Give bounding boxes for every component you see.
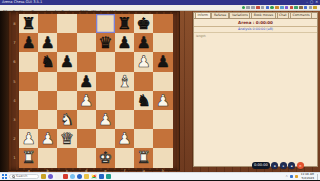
piece-black-pawn: ♟: [156, 52, 170, 71]
toolbar-icon[interactable]: [251, 6, 255, 10]
tray-icon[interactable]: [290, 175, 294, 179]
rank-label-8: 8: [12, 14, 18, 33]
piece-white-queen: ♛: [60, 129, 74, 148]
tab-variations[interactable]: Variations: [229, 12, 250, 18]
tab-book-moves[interactable]: Book moves: [251, 12, 276, 18]
piece-white-knight: ♞: [60, 110, 74, 129]
rank-label-7: 7: [12, 33, 18, 52]
search-icon: [12, 175, 15, 178]
toolbar-icon[interactable]: [304, 6, 308, 10]
piece-black-king: ♚: [137, 14, 151, 33]
toolbar-icon[interactable]: [280, 6, 284, 10]
square-c8[interactable]: [57, 14, 76, 33]
system-tray: ^ 11:06 AM 5/2/2023: [285, 173, 318, 181]
engine-note: length: [194, 33, 317, 38]
chrome-icon[interactable]: [91, 174, 96, 179]
toolbar-icon[interactable]: [256, 6, 260, 10]
rank-label-1: 1: [12, 148, 18, 167]
square-d6[interactable]: [77, 52, 96, 71]
square-g8[interactable]: ♚: [134, 14, 153, 33]
square-h4[interactable]: ♟: [153, 91, 172, 110]
clock-date: 5/2/2023: [301, 177, 314, 180]
square-f4[interactable]: [115, 91, 134, 110]
toolbar-icon[interactable]: [275, 6, 279, 10]
square-b8[interactable]: [38, 14, 57, 33]
file-explorer-icon[interactable]: [84, 174, 89, 179]
square-d1[interactable]: [77, 148, 96, 167]
square-c6[interactable]: ♟: [57, 52, 76, 71]
recorder-timer: 0:00:00: [252, 162, 270, 168]
piece-black-pawn: ♟: [117, 33, 131, 52]
show-desktop-button[interactable]: [317, 174, 318, 180]
analysis-panel: InformRefereeVariationsBook movesChatCom…: [193, 12, 318, 167]
square-h6[interactable]: ♟: [153, 52, 172, 71]
square-a3[interactable]: [19, 110, 38, 129]
square-d7[interactable]: [77, 33, 96, 52]
square-c3[interactable]: ♞: [57, 110, 76, 129]
square-e2[interactable]: [96, 129, 115, 148]
square-a2[interactable]: ♟: [19, 129, 38, 148]
square-a1[interactable]: ♜: [19, 148, 38, 167]
piece-black-pawn: ♟: [41, 33, 55, 52]
tray-chevron-icon[interactable]: ^: [285, 173, 288, 181]
toolbar-icon[interactable]: [246, 6, 250, 10]
square-f1[interactable]: [115, 148, 134, 167]
piece-white-pawn: ♟: [137, 52, 151, 71]
go-icon[interactable]: [270, 6, 274, 10]
piece-black-pawn: ♟: [137, 33, 151, 52]
rank-label-4: 4: [12, 91, 18, 110]
start-engine-icon[interactable]: [242, 6, 246, 10]
piece-white-pawn: ♟: [117, 129, 131, 148]
piece-white-rook: ♜: [21, 148, 35, 167]
piece-black-pawn: ♟: [79, 72, 93, 91]
square-b3[interactable]: [38, 110, 57, 129]
board-frame: 87654321 abcdefgh ♜♜♚♟♟♛♟♟♞♟♟♟♟♝♟♞♟♞♟♟♟♛…: [8, 11, 180, 171]
screen: Arena Chess GUI 3.5.1 –▢✕ FilePositionGa…: [0, 0, 320, 180]
square-h7[interactable]: [153, 33, 172, 52]
window-edge: [0, 11, 8, 172]
app-icon[interactable]: [106, 174, 111, 179]
square-g4[interactable]: ♞: [134, 91, 153, 110]
taskbar: Search ^ 11:06 AM 5/2/2023: [0, 172, 320, 180]
piece-white-king: ♚: [98, 148, 112, 167]
app-icon[interactable]: [55, 174, 60, 179]
square-a7[interactable]: ♟: [19, 33, 38, 52]
square-g1[interactable]: ♜: [134, 148, 153, 167]
piece-white-pawn: ♟: [79, 91, 93, 110]
rank-label-3: 3: [12, 110, 18, 129]
square-e4[interactable]: [96, 91, 115, 110]
square-g7[interactable]: ♟: [134, 33, 153, 52]
toolbar-icon[interactable]: [261, 6, 265, 10]
tray-icons: [290, 175, 299, 179]
tab-chat[interactable]: Chat: [277, 12, 290, 18]
toolbar-icon[interactable]: [285, 6, 289, 10]
rank-label-2: 2: [12, 129, 18, 148]
piece-black-queen: ♛: [98, 33, 112, 52]
edge-icon[interactable]: [77, 174, 82, 179]
rank-label-5: 5: [12, 72, 18, 91]
square-e7[interactable]: ♛: [96, 33, 115, 52]
taskbar-clock[interactable]: 11:06 AM 5/2/2023: [300, 173, 315, 179]
piece-black-knight: ♞: [41, 52, 55, 71]
square-f2[interactable]: ♟: [115, 129, 134, 148]
piece-black-knight: ♞: [137, 91, 151, 110]
square-e1[interactable]: ♚: [96, 148, 115, 167]
toolbar-icon[interactable]: [266, 6, 270, 10]
piece-black-pawn: ♟: [21, 33, 35, 52]
engine-header: Arena : 0:00:00: [194, 19, 317, 27]
square-f3[interactable]: [115, 110, 134, 129]
toolbar-icon[interactable]: [294, 6, 298, 10]
pause-button[interactable]: ⏸: [280, 162, 287, 169]
square-f8[interactable]: ♜: [115, 14, 134, 33]
square-c4[interactable]: [57, 91, 76, 110]
square-a6[interactable]: [19, 52, 38, 71]
close-recorder-button[interactable]: ✕: [297, 162, 304, 169]
piece-white-pawn: ♟: [156, 91, 170, 110]
arena-taskbar-icon[interactable]: [41, 174, 46, 179]
search-placeholder: Search: [16, 174, 27, 179]
record-button[interactable]: ⏺: [271, 162, 278, 169]
square-b1[interactable]: [38, 148, 57, 167]
square-c5[interactable]: [57, 72, 76, 91]
tray-icon[interactable]: [295, 175, 299, 179]
square-b2[interactable]: ♟: [38, 129, 57, 148]
square-g6[interactable]: ♟: [134, 52, 153, 71]
square-d2[interactable]: [77, 129, 96, 148]
piece-white-pawn: ♟: [41, 129, 55, 148]
square-e6[interactable]: [96, 52, 115, 71]
recorder-overlay: 0:00:00 ⏺⏸⏹✕: [252, 161, 304, 170]
square-d5[interactable]: ♟: [77, 72, 96, 91]
square-a5[interactable]: [19, 72, 38, 91]
square-e5[interactable]: [96, 72, 115, 91]
square-e8[interactable]: [96, 14, 115, 33]
square-e3[interactable]: ♟: [96, 110, 115, 129]
toolbar: [242, 6, 317, 10]
square-c2[interactable]: ♛: [57, 129, 76, 148]
square-g2[interactable]: [134, 129, 153, 148]
square-b6[interactable]: ♞: [38, 52, 57, 71]
piece-black-rook: ♜: [117, 14, 131, 33]
square-h1[interactable]: [153, 148, 172, 167]
chess-board: ♜♜♚♟♟♛♟♟♞♟♟♟♟♝♟♞♟♞♟♟♟♛♟♜♚♜: [19, 14, 173, 168]
square-g5[interactable]: [134, 72, 153, 91]
toolbar-icon[interactable]: [313, 6, 317, 10]
square-b4[interactable]: [38, 91, 57, 110]
piece-black-pawn: ♟: [60, 52, 74, 71]
square-a8[interactable]: ♜: [19, 14, 38, 33]
square-f5[interactable]: ♝: [115, 72, 134, 91]
tab-comments[interactable]: Comments: [290, 12, 312, 18]
square-h5[interactable]: [153, 72, 172, 91]
piece-white-rook: ♜: [137, 148, 151, 167]
toolbar-icon[interactable]: [299, 6, 303, 10]
piece-white-pawn: ♟: [21, 129, 35, 148]
app-icon[interactable]: [99, 174, 104, 179]
main-area: 87654321 abcdefgh ♜♜♚♟♟♛♟♟♞♟♟♟♟♝♟♞♟♞♟♟♟♛…: [0, 11, 320, 172]
square-c7[interactable]: [57, 33, 76, 52]
toolbar-icon[interactable]: [309, 6, 313, 10]
taskbar-search[interactable]: Search: [9, 174, 39, 180]
square-h3[interactable]: [153, 110, 172, 129]
piece-white-bishop: ♝: [117, 72, 131, 91]
toolbar-icon[interactable]: [290, 6, 294, 10]
square-a4[interactable]: [19, 91, 38, 110]
recorder-buttons: ⏺⏸⏹✕: [271, 162, 304, 169]
square-b7[interactable]: ♟: [38, 33, 57, 52]
tab-referee[interactable]: Referee: [211, 12, 228, 18]
stop-button[interactable]: ⏹: [288, 162, 295, 169]
piece-black-rook: ♜: [21, 14, 35, 33]
square-f7[interactable]: ♟: [115, 33, 134, 52]
engine-info: Analysis 0:00:00 (e8): [194, 27, 317, 34]
start-button[interactable]: [2, 174, 7, 179]
square-f6[interactable]: [115, 52, 134, 71]
square-h8[interactable]: [153, 14, 172, 33]
app-icon[interactable]: [48, 174, 53, 179]
tab-inform[interactable]: Inform: [195, 12, 211, 18]
square-d4[interactable]: ♟: [77, 91, 96, 110]
square-d3[interactable]: [77, 110, 96, 129]
rank-label-6: 6: [12, 52, 18, 71]
square-h2[interactable]: [153, 129, 172, 148]
piece-white-pawn: ♟: [98, 110, 112, 129]
square-b5[interactable]: [38, 72, 57, 91]
square-c1[interactable]: [57, 148, 76, 167]
app-icon[interactable]: [63, 174, 68, 179]
square-d8[interactable]: [77, 14, 96, 33]
square-g3[interactable]: [134, 110, 153, 129]
app-icon[interactable]: [70, 174, 75, 179]
taskbar-icons: [41, 174, 111, 179]
